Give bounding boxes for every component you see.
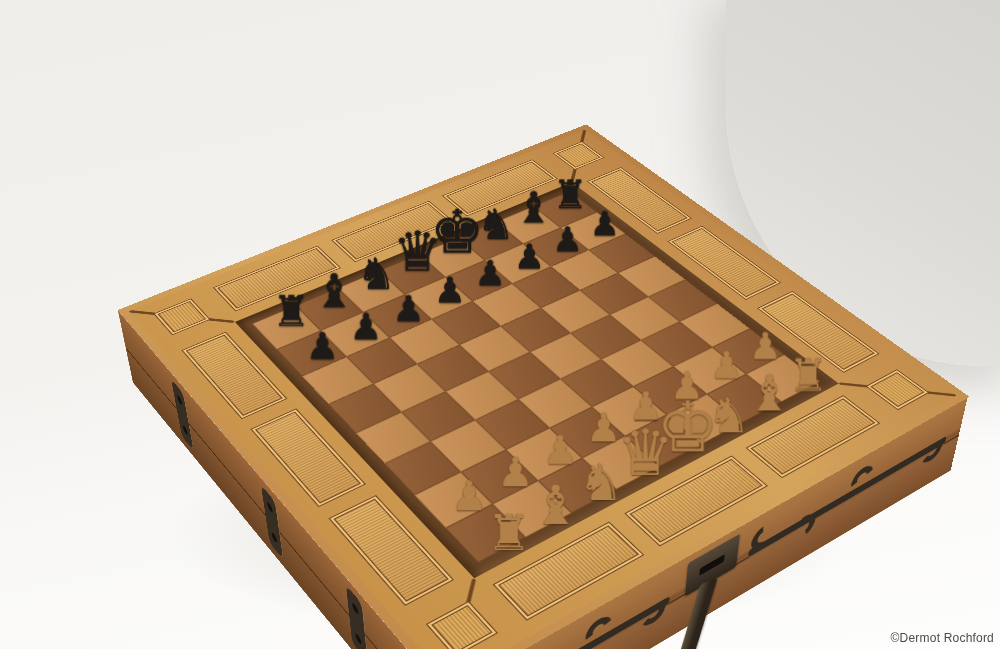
- square-d4: [488, 352, 560, 399]
- square-g3: [641, 322, 712, 367]
- white-pawn: ♟: [748, 328, 781, 363]
- keyhole-slot: [699, 554, 725, 576]
- square-a6: [302, 357, 373, 404]
- square-a8: ♜: [252, 306, 320, 350]
- black-pawn: ♟: [305, 328, 338, 363]
- square-a7: ♟: [277, 331, 347, 377]
- inlay-panel: [332, 201, 454, 262]
- metal-side-strap: [346, 585, 368, 649]
- square-f5: [541, 290, 610, 333]
- watermark: ©Dermot Rochford: [891, 631, 994, 645]
- metal-scroll-curl: [638, 596, 668, 630]
- white-rook: ♜: [788, 355, 828, 397]
- photo-backdrop: ♜♝♞♛♚♞♝♜♟♟♟♟♟♟♟♟♟♟♟♟♟♟♟♟♜♝♞♛♚♞♝♜: [0, 0, 1000, 649]
- square-e1: ♚: [625, 415, 701, 467]
- square-e4: [530, 333, 601, 379]
